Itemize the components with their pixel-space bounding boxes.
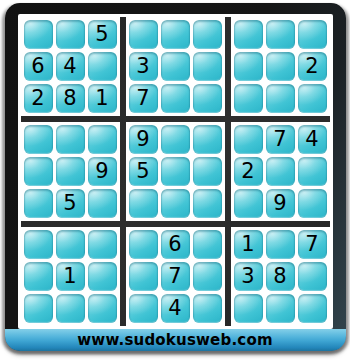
cell-r5c2[interactable] bbox=[56, 157, 85, 186]
cell-r1c8[interactable] bbox=[266, 20, 295, 49]
cell-r9c4[interactable] bbox=[129, 294, 158, 323]
sudoku-board: 5642813729595742916741738 bbox=[18, 14, 333, 329]
sudoku-box-5: 95 bbox=[126, 122, 225, 221]
cell-r7c5[interactable]: 6 bbox=[161, 230, 190, 259]
sudoku-box-9: 1738 bbox=[231, 227, 330, 326]
cell-r1c1[interactable] bbox=[24, 20, 53, 49]
cell-r6c8[interactable]: 9 bbox=[266, 189, 295, 218]
cell-r3c5[interactable] bbox=[161, 84, 190, 113]
cell-r6c1[interactable] bbox=[24, 189, 53, 218]
cell-r1c2[interactable] bbox=[56, 20, 85, 49]
sudoku-box-4: 95 bbox=[21, 122, 120, 221]
cell-r8c1[interactable] bbox=[24, 262, 53, 291]
cell-r5c5[interactable] bbox=[161, 157, 190, 186]
cell-r8c9[interactable] bbox=[298, 262, 327, 291]
cell-r2c6[interactable] bbox=[193, 52, 222, 81]
cell-r4c8[interactable]: 7 bbox=[266, 125, 295, 154]
cell-r3c8[interactable] bbox=[266, 84, 295, 113]
cell-r7c3[interactable] bbox=[88, 230, 117, 259]
sudoku-box-1: 564281 bbox=[21, 17, 120, 116]
cell-r4c2[interactable] bbox=[56, 125, 85, 154]
cell-r1c6[interactable] bbox=[193, 20, 222, 49]
sudoku-board-frame: 5642813729595742916741738 www.sudokusweb… bbox=[5, 3, 346, 351]
cell-r6c4[interactable] bbox=[129, 189, 158, 218]
cell-r9c9[interactable] bbox=[298, 294, 327, 323]
cell-r2c5[interactable] bbox=[161, 52, 190, 81]
cell-r5c1[interactable] bbox=[24, 157, 53, 186]
cell-r9c5[interactable]: 4 bbox=[161, 294, 190, 323]
cell-r7c7[interactable]: 1 bbox=[234, 230, 263, 259]
cell-r4c7[interactable] bbox=[234, 125, 263, 154]
cell-r8c6[interactable] bbox=[193, 262, 222, 291]
cell-r5c3[interactable]: 9 bbox=[88, 157, 117, 186]
cell-r3c9[interactable] bbox=[298, 84, 327, 113]
cell-r3c1[interactable]: 2 bbox=[24, 84, 53, 113]
cell-r1c7[interactable] bbox=[234, 20, 263, 49]
cell-r7c6[interactable] bbox=[193, 230, 222, 259]
cell-r2c9[interactable]: 2 bbox=[298, 52, 327, 81]
cell-r6c2[interactable]: 5 bbox=[56, 189, 85, 218]
cell-r9c2[interactable] bbox=[56, 294, 85, 323]
cell-r1c9[interactable] bbox=[298, 20, 327, 49]
cell-r2c1[interactable]: 6 bbox=[24, 52, 53, 81]
cell-r2c3[interactable] bbox=[88, 52, 117, 81]
cell-r1c3[interactable]: 5 bbox=[88, 20, 117, 49]
cell-r9c6[interactable] bbox=[193, 294, 222, 323]
cell-r4c1[interactable] bbox=[24, 125, 53, 154]
cell-r3c6[interactable] bbox=[193, 84, 222, 113]
cell-r4c3[interactable] bbox=[88, 125, 117, 154]
sudoku-box-3: 2 bbox=[231, 17, 330, 116]
cell-r2c7[interactable] bbox=[234, 52, 263, 81]
cell-r3c2[interactable]: 8 bbox=[56, 84, 85, 113]
cell-r6c6[interactable] bbox=[193, 189, 222, 218]
cell-r4c9[interactable]: 4 bbox=[298, 125, 327, 154]
cell-r6c9[interactable] bbox=[298, 189, 327, 218]
cell-r9c3[interactable] bbox=[88, 294, 117, 323]
cell-r7c4[interactable] bbox=[129, 230, 158, 259]
cell-r1c4[interactable] bbox=[129, 20, 158, 49]
sudoku-box-8: 674 bbox=[126, 227, 225, 326]
cell-r3c4[interactable]: 7 bbox=[129, 84, 158, 113]
cell-r2c2[interactable]: 4 bbox=[56, 52, 85, 81]
footer-bar: www.sudokusweb.com bbox=[5, 329, 346, 351]
cell-r7c2[interactable] bbox=[56, 230, 85, 259]
cell-r8c5[interactable]: 7 bbox=[161, 262, 190, 291]
sudoku-box-6: 7429 bbox=[231, 122, 330, 221]
cell-r4c6[interactable] bbox=[193, 125, 222, 154]
cell-r5c8[interactable] bbox=[266, 157, 295, 186]
cell-r8c4[interactable] bbox=[129, 262, 158, 291]
cell-r5c4[interactable]: 5 bbox=[129, 157, 158, 186]
cell-r7c8[interactable] bbox=[266, 230, 295, 259]
cell-r8c2[interactable]: 1 bbox=[56, 262, 85, 291]
cell-r8c8[interactable]: 8 bbox=[266, 262, 295, 291]
cell-r7c1[interactable] bbox=[24, 230, 53, 259]
sudoku-box-2: 37 bbox=[126, 17, 225, 116]
cell-r6c3[interactable] bbox=[88, 189, 117, 218]
cell-r2c8[interactable] bbox=[266, 52, 295, 81]
cell-r8c3[interactable] bbox=[88, 262, 117, 291]
cell-r8c7[interactable]: 3 bbox=[234, 262, 263, 291]
site-url: www.sudokusweb.com bbox=[77, 331, 272, 349]
cell-r5c6[interactable] bbox=[193, 157, 222, 186]
cell-r5c9[interactable] bbox=[298, 157, 327, 186]
cell-r2c4[interactable]: 3 bbox=[129, 52, 158, 81]
cell-r7c9[interactable]: 7 bbox=[298, 230, 327, 259]
cell-r4c5[interactable] bbox=[161, 125, 190, 154]
cell-r3c7[interactable] bbox=[234, 84, 263, 113]
cell-r1c5[interactable] bbox=[161, 20, 190, 49]
cell-r4c4[interactable]: 9 bbox=[129, 125, 158, 154]
sudoku-grid: 5642813729595742916741738 bbox=[21, 17, 330, 326]
cell-r3c3[interactable]: 1 bbox=[88, 84, 117, 113]
cell-r6c7[interactable] bbox=[234, 189, 263, 218]
cell-r9c8[interactable] bbox=[266, 294, 295, 323]
cell-r9c1[interactable] bbox=[24, 294, 53, 323]
cell-r6c5[interactable] bbox=[161, 189, 190, 218]
cell-r5c7[interactable]: 2 bbox=[234, 157, 263, 186]
cell-r9c7[interactable] bbox=[234, 294, 263, 323]
sudoku-box-7: 1 bbox=[21, 227, 120, 326]
